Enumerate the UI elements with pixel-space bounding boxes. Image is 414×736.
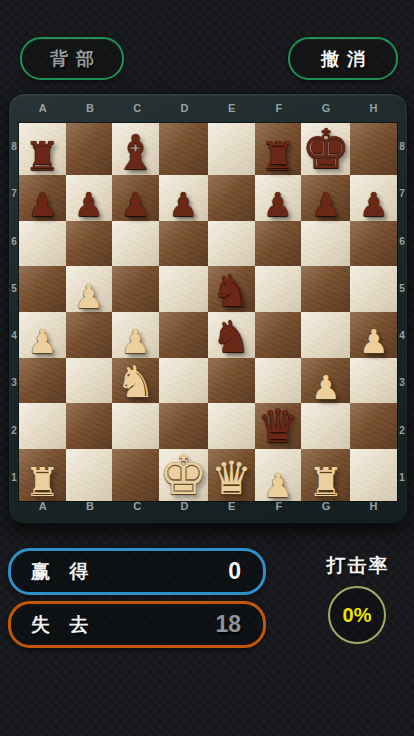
chess-board: ABCDEFGH 87654321 87654321 ♜♝♜♚♟♟♟♟♟♟♟♟♞… [8,93,408,524]
square-c6[interactable] [112,221,159,267]
back-button-label: 背部 [42,47,102,71]
coord-label: B [66,102,113,114]
square-e8[interactable] [208,123,255,175]
hit-rate-badge: 0% [328,586,386,644]
square-b3[interactable] [66,358,113,404]
won-label: 赢 得 [31,559,95,585]
black-rook-piece: ♜ [24,137,60,175]
square-g3[interactable]: ♟ [301,358,350,404]
coord-label: H [350,500,397,512]
square-h6[interactable] [350,221,397,267]
square-c8[interactable]: ♝ [112,123,159,175]
black-knight-piece: ♞ [212,316,251,358]
square-h2[interactable] [350,403,397,449]
square-c2[interactable] [112,403,159,449]
square-g6[interactable] [301,221,350,267]
square-f1[interactable]: ♟ [255,449,302,501]
coord-label: 4 [9,312,19,359]
black-bishop-piece: ♝ [114,130,157,176]
coord-label: C [114,102,161,114]
lost-label: 失 去 [31,612,95,638]
board-grid: ♜♝♜♚♟♟♟♟♟♟♟♟♞♟♟♞♟♞♟♛♜♚♛♟♜ [19,123,397,501]
square-f8[interactable]: ♜ [255,123,302,175]
white-rook-piece: ♜ [24,463,60,501]
rank-labels-right: 87654321 [397,123,407,501]
black-pawn-piece: ♟ [359,189,389,220]
square-h7[interactable]: ♟ [350,175,397,221]
black-knight-piece: ♞ [212,270,251,312]
square-h8[interactable] [350,123,397,175]
coord-label: F [255,102,302,114]
coord-label: G [303,500,350,512]
white-pawn-piece: ♟ [359,326,389,357]
square-e3[interactable] [208,358,255,404]
square-a2[interactable] [19,403,66,449]
square-g4[interactable] [301,312,350,358]
coord-label: 3 [397,359,407,406]
white-queen-piece: ♛ [211,457,252,501]
square-e6[interactable] [208,221,255,267]
coord-label: 2 [397,407,407,454]
square-d8[interactable] [159,123,208,175]
square-c4[interactable]: ♟ [112,312,159,358]
coord-label: 8 [397,123,407,170]
coord-label: 5 [397,265,407,312]
square-c1[interactable] [112,449,159,501]
square-b8[interactable] [66,123,113,175]
undo-button-label: 撤消 [313,47,373,71]
white-pawn-piece: ♟ [311,372,341,403]
coord-label: A [19,500,66,512]
lost-counter: 失 去 18 [8,601,266,648]
square-f2[interactable]: ♛ [255,403,302,449]
square-e7[interactable] [208,175,255,221]
square-f6[interactable] [255,221,302,267]
square-f4[interactable] [255,312,302,358]
square-a3[interactable] [19,358,66,404]
file-labels-top: ABCDEFGH [19,102,397,114]
square-f7[interactable]: ♟ [255,175,302,221]
square-d2[interactable] [159,403,208,449]
square-b2[interactable] [66,403,113,449]
square-e2[interactable] [208,403,255,449]
square-a8[interactable]: ♜ [19,123,66,175]
coord-label: E [208,500,255,512]
coord-label: B [66,500,113,512]
square-d3[interactable] [159,358,208,404]
square-c5[interactable] [112,266,159,312]
square-f3[interactable] [255,358,302,404]
black-pawn-piece: ♟ [121,189,151,220]
black-pawn-piece: ♟ [311,189,341,220]
square-a7[interactable]: ♟ [19,175,66,221]
black-pawn-piece: ♟ [27,189,57,220]
black-pawn-piece: ♟ [263,189,293,220]
hit-rate-label: 打击率 [322,553,394,579]
square-a4[interactable]: ♟ [19,312,66,358]
square-g5[interactable] [301,266,350,312]
coord-label: A [19,102,66,114]
coord-label: C [114,500,161,512]
square-c3[interactable]: ♞ [112,358,159,404]
square-a5[interactable] [19,266,66,312]
square-g7[interactable]: ♟ [301,175,350,221]
coord-label: H [350,102,397,114]
coord-label: 3 [9,359,19,406]
white-knight-piece: ♞ [116,361,155,403]
file-labels-bottom: ABCDEFGH [19,500,397,512]
square-b4[interactable] [66,312,113,358]
square-b1[interactable] [66,449,113,501]
square-b7[interactable]: ♟ [66,175,113,221]
square-g8[interactable]: ♚ [301,123,350,175]
white-pawn-piece: ♟ [263,470,293,501]
square-d1[interactable]: ♚ [159,449,208,501]
coord-label: 2 [9,407,19,454]
square-c7[interactable]: ♟ [112,175,159,221]
black-queen-piece: ♛ [257,405,298,449]
square-h3[interactable] [350,358,397,404]
square-e5[interactable]: ♞ [208,266,255,312]
coord-label: 6 [397,218,407,265]
square-h5[interactable] [350,266,397,312]
square-h1[interactable] [350,449,397,501]
square-f5[interactable] [255,266,302,312]
coord-label: E [208,102,255,114]
won-value: 0 [228,558,241,585]
square-d4[interactable] [159,312,208,358]
coord-label: G [303,102,350,114]
coord-label: D [161,102,208,114]
coord-label: 7 [9,170,19,217]
coord-label: 8 [9,123,19,170]
white-pawn-piece: ♟ [27,326,57,357]
white-pawn-piece: ♟ [74,281,104,312]
hit-rate-value: 0% [343,604,372,627]
back-button[interactable]: 背部 [20,37,124,80]
square-e4[interactable]: ♞ [208,312,255,358]
black-rook-piece: ♜ [260,137,296,175]
white-rook-piece: ♜ [308,463,344,501]
coord-label: D [161,500,208,512]
lost-value: 18 [215,611,241,638]
black-pawn-piece: ♟ [169,189,199,220]
square-b6[interactable] [66,221,113,267]
white-pawn-piece: ♟ [121,326,151,357]
square-d7[interactable]: ♟ [159,175,208,221]
coord-label: 1 [397,454,407,501]
coord-label: 7 [397,170,407,217]
coord-label: 1 [9,454,19,501]
black-pawn-piece: ♟ [74,189,104,220]
coord-label: 4 [397,312,407,359]
square-d5[interactable] [159,266,208,312]
white-king-piece: ♚ [159,449,208,501]
square-h4[interactable]: ♟ [350,312,397,358]
square-e1[interactable]: ♛ [208,449,255,501]
coord-label: 6 [9,218,19,265]
square-b5[interactable]: ♟ [66,266,113,312]
square-d6[interactable] [159,221,208,267]
square-a1[interactable]: ♜ [19,449,66,501]
black-king-piece: ♚ [301,123,350,175]
rank-labels-left: 87654321 [9,123,19,501]
coord-label: F [255,500,302,512]
square-a6[interactable] [19,221,66,267]
coord-label: 5 [9,265,19,312]
undo-button[interactable]: 撤消 [288,37,398,80]
square-g2[interactable] [301,403,350,449]
won-counter: 赢 得 0 [8,548,266,595]
square-g1[interactable]: ♜ [301,449,350,501]
